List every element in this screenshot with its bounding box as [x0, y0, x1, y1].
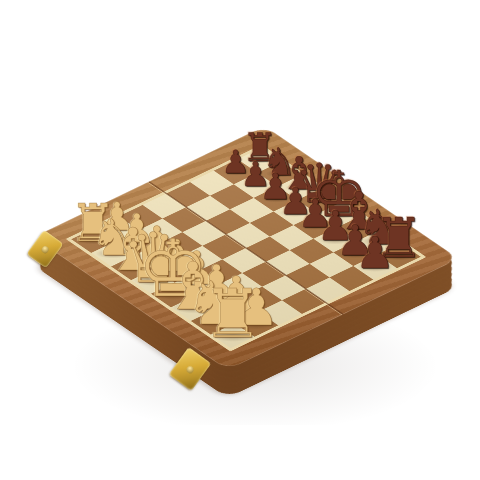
piece-white-rook[interactable]: ♜ — [203, 281, 263, 348]
piece-black-pawn[interactable]: ♟ — [355, 231, 394, 275]
chess-set-photo: ♜♞♝♛♚♝♞♜♟♟♟♟♟♟♟♟♟♟♟♟♟♟♟♟♜♞♝♛♚♝♞♜ — [0, 0, 480, 480]
